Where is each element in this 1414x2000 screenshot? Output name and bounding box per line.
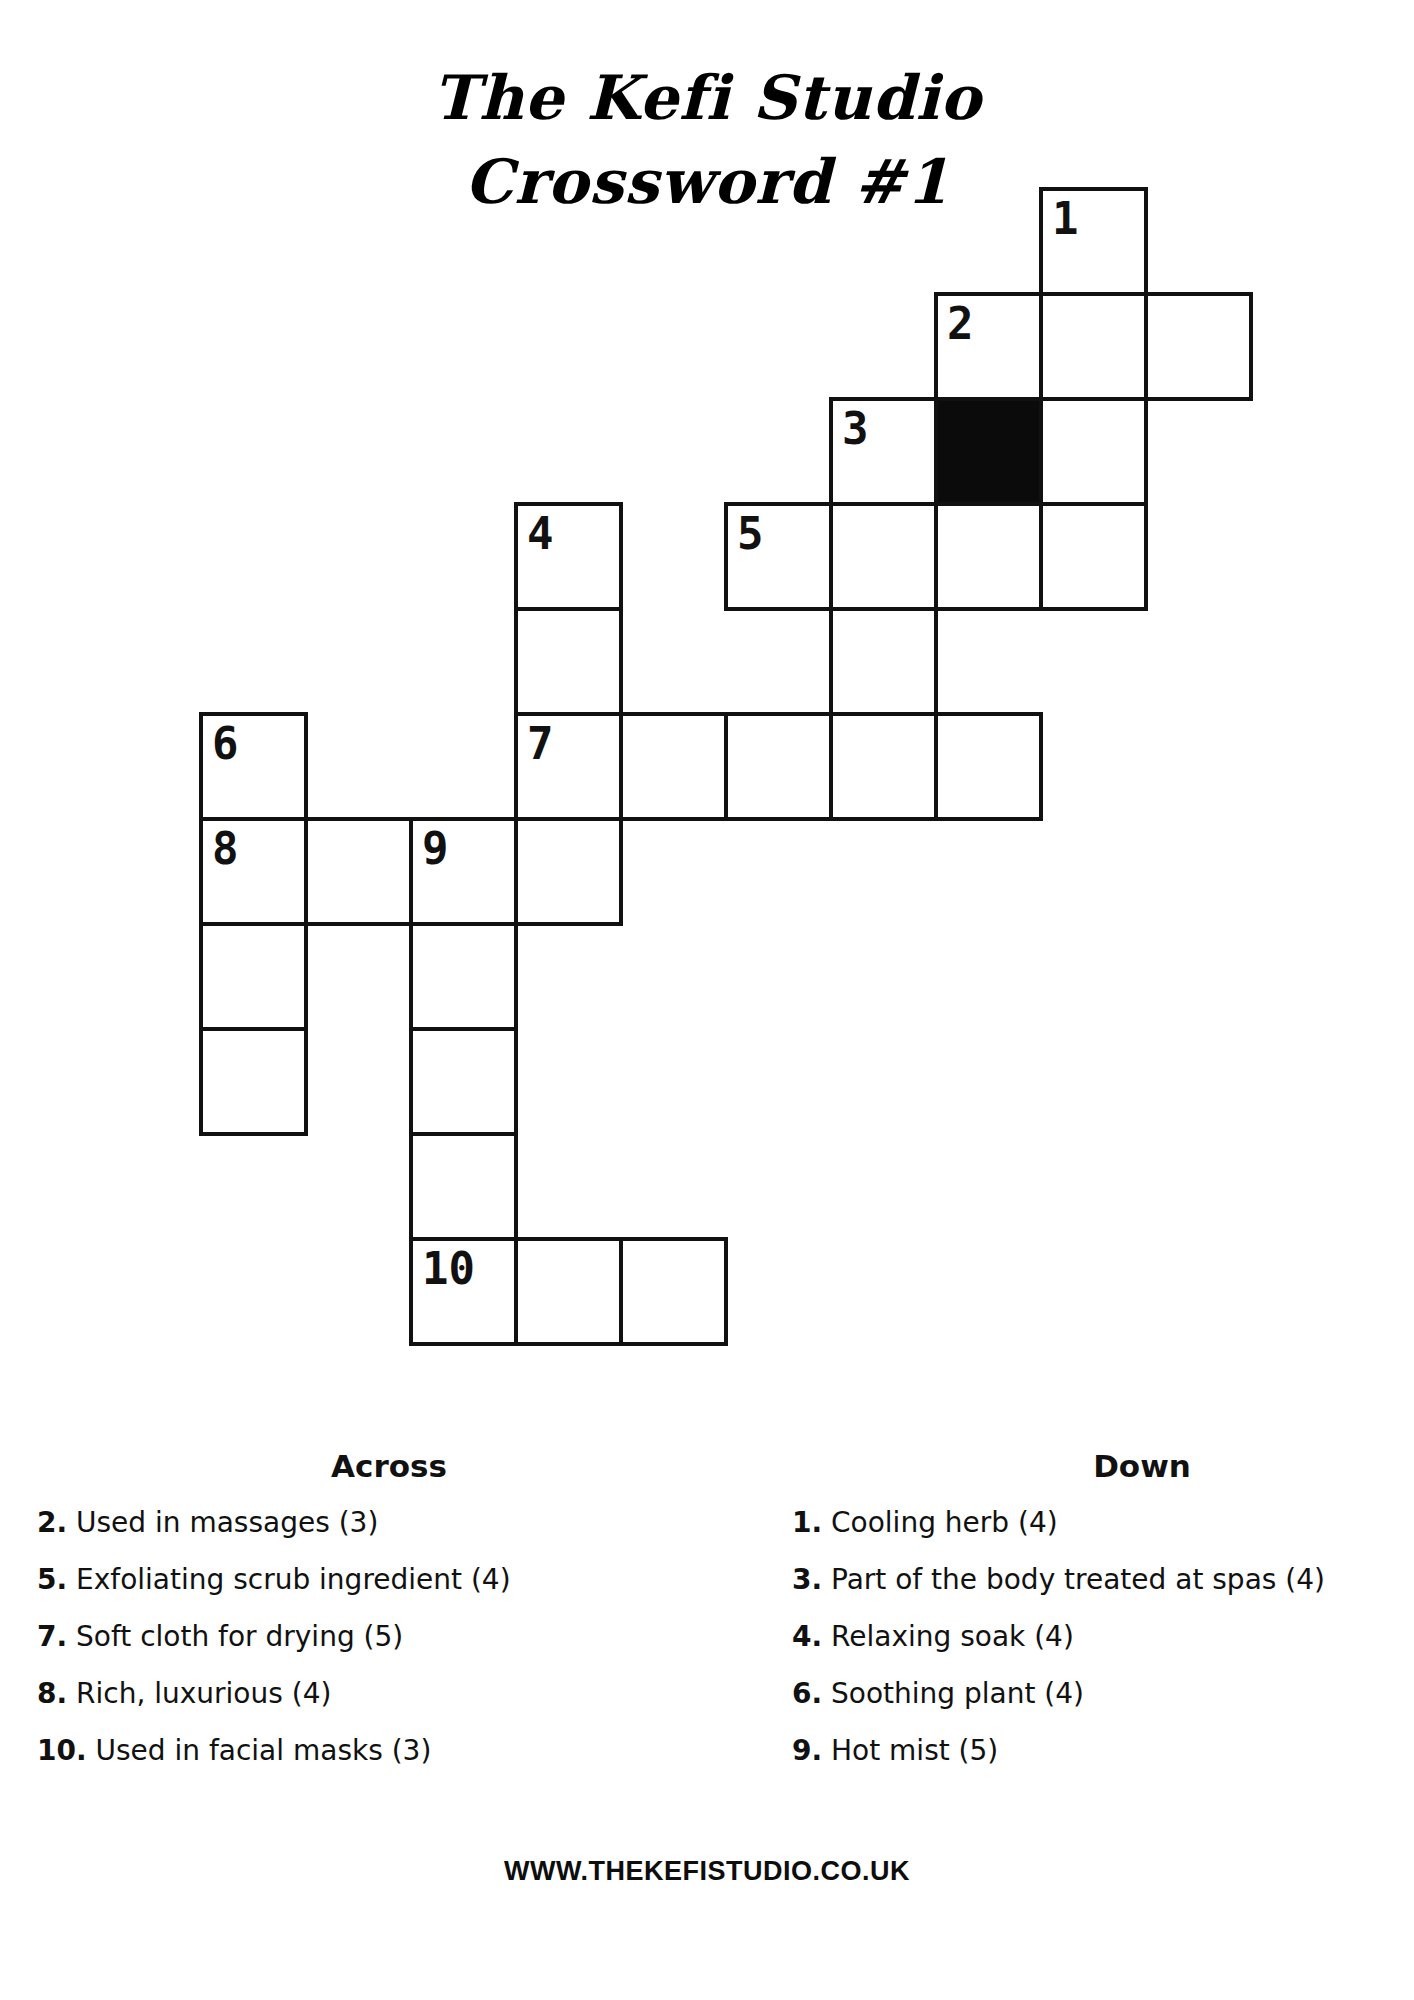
grid-cell[interactable] <box>199 1027 308 1136</box>
clue-number: 7. <box>37 1620 67 1653</box>
clue-across-2: 2. Used in massages (3) <box>37 1494 741 1551</box>
down-header: Down <box>792 1446 1414 1486</box>
clue-down-6: 6. Soothing plant (4) <box>792 1665 1414 1722</box>
grid-cell[interactable] <box>829 712 938 821</box>
clue-down-9: 9. Hot mist (5) <box>792 1722 1414 1779</box>
grid-cell[interactable] <box>409 1132 518 1241</box>
black-cell <box>934 397 1043 506</box>
grid-cell[interactable]: 10 <box>409 1237 518 1346</box>
grid-cell[interactable] <box>514 1237 623 1346</box>
clue-text: Used in massages (3) <box>76 1506 378 1539</box>
grid-cell[interactable]: 3 <box>829 397 938 506</box>
down-section: Down 1. Cooling herb (4)3. Part of the b… <box>792 1446 1414 1779</box>
grid-cell[interactable] <box>304 817 413 926</box>
clue-number: 1. <box>792 1506 822 1539</box>
clue-number: 5. <box>37 1563 67 1596</box>
grid-cell[interactable] <box>1039 502 1148 611</box>
clue-across-10: 10. Used in facial masks (3) <box>37 1722 741 1779</box>
clue-number: 8 <box>212 826 239 872</box>
clue-number: 7 <box>527 721 554 767</box>
clue-down-1: 1. Cooling herb (4) <box>792 1494 1414 1551</box>
clue-number: 5 <box>737 511 764 557</box>
grid-cell[interactable] <box>514 817 623 926</box>
clue-number: 10 <box>422 1246 475 1292</box>
clue-text: Exfoliating scrub ingredient (4) <box>76 1563 511 1596</box>
grid-cell[interactable] <box>619 712 728 821</box>
clue-number: 6 <box>212 721 239 767</box>
clue-text: Soothing plant (4) <box>831 1677 1084 1710</box>
clue-down-3: 3. Part of the body treated at spas (4) <box>792 1551 1414 1608</box>
grid-cell[interactable]: 5 <box>724 502 833 611</box>
clue-text: Cooling herb (4) <box>831 1506 1058 1539</box>
grid-cell[interactable] <box>409 1027 518 1136</box>
across-section: Across 2. Used in massages (3)5. Exfolia… <box>37 1446 741 1779</box>
grid-cell[interactable] <box>1144 292 1253 401</box>
grid-cell[interactable] <box>409 922 518 1031</box>
crossword-grid: 12345678910 <box>201 189 1251 1344</box>
grid-cell[interactable] <box>829 502 938 611</box>
clue-across-7: 7. Soft cloth for drying (5) <box>37 1608 741 1665</box>
clue-number: 2 <box>947 301 974 347</box>
clue-number: 4 <box>527 511 554 557</box>
clue-number: 2. <box>37 1506 67 1539</box>
clue-text: Hot mist (5) <box>831 1734 998 1767</box>
title-line-1: The Kefi Studio <box>0 56 1414 140</box>
across-clue-list: 2. Used in massages (3)5. Exfoliating sc… <box>37 1494 741 1779</box>
grid-cell[interactable]: 9 <box>409 817 518 926</box>
grid-cell[interactable]: 8 <box>199 817 308 926</box>
grid-cell[interactable] <box>1039 397 1148 506</box>
grid-cell[interactable] <box>724 712 833 821</box>
clue-number: 6. <box>792 1677 822 1710</box>
clue-across-5: 5. Exfoliating scrub ingredient (4) <box>37 1551 741 1608</box>
clue-number: 1 <box>1052 196 1079 242</box>
grid-cell[interactable] <box>514 607 623 716</box>
grid-cell[interactable] <box>829 607 938 716</box>
clue-down-4: 4. Relaxing soak (4) <box>792 1608 1414 1665</box>
clue-text: Used in facial masks (3) <box>96 1734 432 1767</box>
across-header: Across <box>37 1446 741 1486</box>
clue-text: Part of the body treated at spas (4) <box>831 1563 1325 1596</box>
grid-cell[interactable]: 4 <box>514 502 623 611</box>
clue-number: 3 <box>842 406 869 452</box>
clue-text: Relaxing soak (4) <box>831 1620 1074 1653</box>
clue-number: 10. <box>37 1734 87 1767</box>
down-clue-list: 1. Cooling herb (4)3. Part of the body t… <box>792 1494 1414 1779</box>
clue-text: Rich, luxurious (4) <box>76 1677 331 1710</box>
clue-text: Soft cloth for drying (5) <box>76 1620 403 1653</box>
clue-across-8: 8. Rich, luxurious (4) <box>37 1665 741 1722</box>
grid-cell[interactable]: 6 <box>199 712 308 821</box>
grid-cell[interactable] <box>934 502 1043 611</box>
clue-number: 9 <box>422 826 449 872</box>
clue-number: 9. <box>792 1734 822 1767</box>
grid-cell[interactable]: 1 <box>1039 187 1148 296</box>
grid-cell[interactable] <box>619 1237 728 1346</box>
grid-cell[interactable] <box>199 922 308 1031</box>
grid-cell[interactable] <box>1039 292 1148 401</box>
grid-cell[interactable]: 7 <box>514 712 623 821</box>
website-url: WWW.THEKEFISTUDIO.CO.UK <box>0 1853 1414 1889</box>
crossword-page: The Kefi Studio Crossword #1 12345678910… <box>0 0 1414 2000</box>
grid-cell[interactable] <box>934 712 1043 821</box>
grid-cell[interactable]: 2 <box>934 292 1043 401</box>
clue-number: 4. <box>792 1620 822 1653</box>
clue-number: 8. <box>37 1677 67 1710</box>
clue-number: 3. <box>792 1563 822 1596</box>
